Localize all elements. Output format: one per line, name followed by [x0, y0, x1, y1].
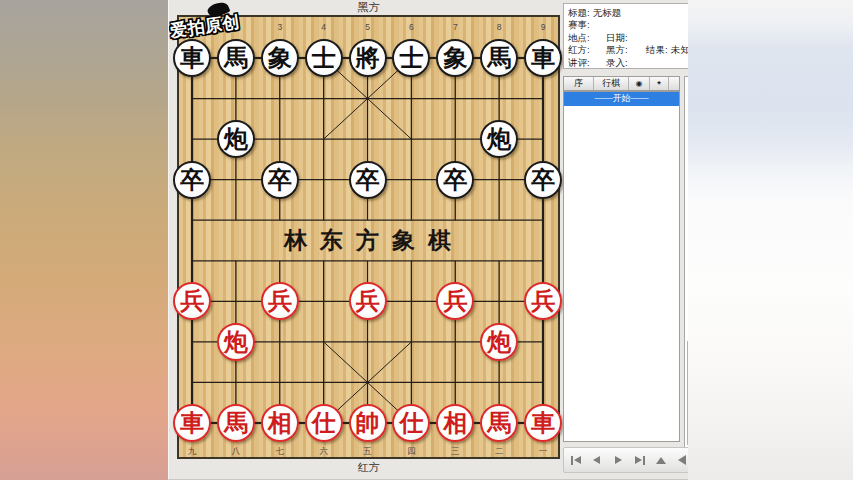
step-forward-icon — [615, 456, 622, 464]
black-piece-士[interactable]: 士 — [305, 39, 343, 77]
game-info-panel: 标题:无标题 赛事: 地点: 日期: 红方: 黑方: 结果:未知 讲评: 录入: — [563, 3, 688, 69]
xiangqi-board[interactable]: 123456789 九八七六五四三二一 林东方象棋 車馬象士將士象馬車炮炮卒卒卒… — [177, 15, 560, 459]
river-brand-text: 林东方象棋 — [192, 220, 543, 261]
title-value: 无标题 — [593, 7, 622, 18]
header-filler — [669, 77, 679, 90]
black-piece-炮[interactable]: 炮 — [217, 120, 255, 158]
prev-move-button[interactable] — [587, 451, 606, 470]
event-label: 赛事: — [568, 19, 590, 31]
black-piece-卒[interactable]: 卒 — [349, 161, 387, 199]
last-move-button[interactable] — [630, 451, 649, 470]
skip-to-start-icon — [571, 456, 581, 465]
move-list-header: 序 行棋 ◉ * — [563, 76, 680, 91]
red-piece-兵[interactable]: 兵 — [261, 282, 299, 320]
arrow-up-icon — [656, 457, 666, 464]
bottom-file-number-6: 四 — [407, 445, 416, 457]
skip-to-end-icon — [635, 456, 645, 465]
black-piece-馬[interactable]: 馬 — [480, 39, 518, 77]
black-piece-車[interactable]: 車 — [173, 39, 211, 77]
black-piece-將[interactable]: 將 — [349, 39, 387, 77]
red-piece-仕[interactable]: 仕 — [392, 404, 430, 442]
black-piece-卒[interactable]: 卒 — [524, 161, 562, 199]
red-piece-馬[interactable]: 馬 — [480, 404, 518, 442]
side-subpanel-cropped — [687, 340, 688, 446]
bottom-file-number-2: 八 — [232, 445, 241, 457]
arrow-left-icon — [678, 455, 686, 465]
black-player-label: 黑方: — [606, 44, 628, 56]
red-side-label: 红方 — [177, 460, 560, 475]
date-label: 日期: — [606, 32, 628, 44]
red-piece-兵[interactable]: 兵 — [349, 282, 387, 320]
red-piece-車[interactable]: 車 — [524, 404, 562, 442]
first-move-button[interactable] — [566, 451, 585, 470]
info-line-comment-recorder: 讲评: 录入: — [568, 57, 688, 69]
comment-label: 讲评: — [568, 57, 590, 69]
recorder-label: 录入: — [606, 57, 628, 69]
step-back-icon — [593, 456, 600, 464]
red-piece-馬[interactable]: 馬 — [217, 404, 255, 442]
move-list[interactable]: ——开始—— — [563, 91, 680, 442]
bottom-file-number-8: 二 — [495, 445, 504, 457]
top-file-number-7: 7 — [453, 21, 458, 33]
info-line-site-date: 地点: 日期: — [568, 32, 688, 44]
black-piece-象[interactable]: 象 — [436, 39, 474, 77]
top-file-number-8: 8 — [497, 21, 502, 33]
app-window: 黑方 123456789 九八七六五四三二一 林东方象棋 車馬象士將士象馬車炮炮… — [168, 0, 688, 480]
black-piece-士[interactable]: 士 — [392, 39, 430, 77]
red-piece-帥[interactable]: 帥 — [349, 404, 387, 442]
top-file-number-9: 9 — [541, 21, 546, 33]
result-label: 结果: — [646, 44, 668, 55]
title-label: 标题: — [568, 7, 590, 18]
site-label: 地点: — [568, 32, 590, 44]
screen: 黑方 123456789 九八七六五四三二一 林东方象棋 車馬象士將士象馬車炮炮… — [0, 0, 853, 480]
result-value: 未知 — [671, 44, 688, 55]
red-piece-相[interactable]: 相 — [436, 404, 474, 442]
up-variation-button[interactable] — [651, 451, 670, 470]
red-piece-兵[interactable]: 兵 — [436, 282, 474, 320]
header-seq: 序 — [564, 77, 594, 90]
black-piece-卒[interactable]: 卒 — [436, 161, 474, 199]
red-piece-仕[interactable]: 仕 — [305, 404, 343, 442]
info-line-event: 赛事: — [568, 19, 688, 31]
red-piece-車[interactable]: 車 — [173, 404, 211, 442]
background-left — [0, 0, 168, 480]
red-piece-兵[interactable]: 兵 — [524, 282, 562, 320]
background-right — [688, 0, 853, 480]
header-time-icon: ◉ — [629, 77, 650, 90]
black-piece-象[interactable]: 象 — [261, 39, 299, 77]
black-piece-馬[interactable]: 馬 — [217, 39, 255, 77]
playback-toolbar — [563, 447, 688, 473]
black-piece-炮[interactable]: 炮 — [480, 120, 518, 158]
red-player-label: 红方: — [568, 44, 590, 56]
bottom-file-number-3: 七 — [276, 445, 285, 457]
bottom-file-number-9: 一 — [539, 445, 548, 457]
move-list-row[interactable]: ——开始—— — [564, 92, 679, 106]
top-file-number-4: 4 — [321, 21, 326, 33]
black-piece-車[interactable]: 車 — [524, 39, 562, 77]
top-file-number-6: 6 — [409, 21, 414, 33]
red-piece-兵[interactable]: 兵 — [173, 282, 211, 320]
header-mark-icon: * — [650, 77, 669, 90]
info-line-title: 标题:无标题 — [568, 7, 688, 19]
black-piece-卒[interactable]: 卒 — [173, 161, 211, 199]
bottom-file-number-4: 六 — [319, 445, 328, 457]
black-piece-卒[interactable]: 卒 — [261, 161, 299, 199]
back-button[interactable] — [673, 451, 688, 470]
info-line-players-result: 红方: 黑方: 结果:未知 — [568, 44, 688, 56]
red-piece-炮[interactable]: 炮 — [217, 323, 255, 361]
bottom-file-number-5: 五 — [363, 445, 372, 457]
red-piece-相[interactable]: 相 — [261, 404, 299, 442]
top-file-number-5: 5 — [365, 21, 370, 33]
header-move: 行棋 — [594, 77, 629, 90]
bottom-file-number-1: 九 — [188, 445, 197, 457]
red-piece-炮[interactable]: 炮 — [480, 323, 518, 361]
next-move-button[interactable] — [609, 451, 628, 470]
bottom-file-number-7: 三 — [451, 445, 460, 457]
top-file-number-3: 3 — [277, 21, 282, 33]
